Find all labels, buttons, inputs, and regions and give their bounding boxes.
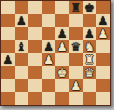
square-h3[interactable]	[96, 66, 110, 79]
square-e1[interactable]	[55, 92, 69, 105]
square-g5[interactable]: ♞	[83, 40, 97, 53]
square-d8[interactable]	[42, 1, 56, 14]
square-f7[interactable]	[69, 14, 83, 27]
square-h2[interactable]	[96, 79, 110, 92]
square-e4[interactable]	[55, 53, 69, 66]
black-pawn-piece: ♟	[2, 53, 13, 65]
chess-diagram-screen: ♜♚♟♟♟♟♟♝♟♟♛♞♟♟♜♚♛♟	[0, 0, 114, 110]
white-pawn-piece: ♟	[70, 79, 81, 91]
black-pawn-piece: ♟	[16, 14, 27, 26]
square-e7[interactable]	[55, 14, 69, 27]
square-h1[interactable]	[96, 92, 110, 105]
square-e5[interactable]: ♟	[55, 40, 69, 53]
square-g4[interactable]: ♜	[83, 53, 97, 66]
square-g7[interactable]	[83, 14, 97, 27]
white-pawn-piece: ♟	[57, 40, 68, 52]
square-c6[interactable]	[28, 27, 42, 40]
square-c8[interactable]	[28, 1, 42, 14]
square-b5[interactable]: ♝	[15, 40, 29, 53]
square-h6[interactable]: ♟	[96, 27, 110, 40]
square-d4[interactable]: ♟	[42, 53, 56, 66]
square-c5[interactable]	[28, 40, 42, 53]
square-d3[interactable]	[42, 66, 56, 79]
square-a5[interactable]	[1, 40, 15, 53]
square-h5[interactable]	[96, 40, 110, 53]
square-b8[interactable]	[15, 1, 29, 14]
square-c2[interactable]	[28, 79, 42, 92]
square-b3[interactable]	[15, 66, 29, 79]
black-pawn-piece: ♟	[57, 27, 68, 39]
black-king-piece: ♚	[84, 1, 95, 13]
square-c3[interactable]	[28, 66, 42, 79]
square-g2[interactable]	[83, 79, 97, 92]
square-e6[interactable]: ♟	[55, 27, 69, 40]
square-a2[interactable]	[1, 79, 15, 92]
white-knight-piece: ♞	[84, 40, 95, 52]
square-d7[interactable]	[42, 14, 56, 27]
black-pawn-piece: ♟	[84, 27, 95, 39]
square-f5[interactable]: ♛	[69, 40, 83, 53]
black-queen-piece: ♛	[70, 40, 81, 52]
square-f6[interactable]	[69, 27, 83, 40]
square-e3[interactable]: ♚	[55, 66, 69, 79]
square-d5[interactable]: ♟	[42, 40, 56, 53]
chess-board: ♜♚♟♟♟♟♟♝♟♟♛♞♟♟♜♚♛♟	[0, 0, 111, 106]
square-b6[interactable]	[15, 27, 29, 40]
square-g8[interactable]: ♚	[83, 1, 97, 14]
square-a8[interactable]	[1, 1, 15, 14]
square-e2[interactable]	[55, 79, 69, 92]
white-rook-piece: ♜	[84, 53, 95, 65]
black-bishop-piece: ♝	[16, 40, 27, 52]
black-rook-piece: ♜	[70, 1, 81, 13]
square-f3[interactable]	[69, 66, 83, 79]
square-a6[interactable]	[1, 27, 15, 40]
square-c7[interactable]	[28, 14, 42, 27]
square-b4[interactable]	[15, 53, 29, 66]
square-f2[interactable]: ♟	[69, 79, 83, 92]
square-g6[interactable]: ♟	[83, 27, 97, 40]
square-c1[interactable]	[28, 92, 42, 105]
square-a7[interactable]	[1, 14, 15, 27]
square-c4[interactable]	[28, 53, 42, 66]
square-e8[interactable]	[55, 1, 69, 14]
square-a4[interactable]: ♟	[1, 53, 15, 66]
white-queen-piece: ♛	[84, 66, 95, 78]
black-pawn-piece: ♟	[43, 40, 54, 52]
square-d6[interactable]	[42, 27, 56, 40]
white-pawn-piece: ♟	[43, 53, 54, 65]
square-f4[interactable]	[69, 53, 83, 66]
square-g1[interactable]	[83, 92, 97, 105]
black-pawn-piece: ♟	[98, 14, 109, 26]
square-b2[interactable]	[15, 79, 29, 92]
square-a1[interactable]	[1, 92, 15, 105]
square-h4[interactable]	[96, 53, 110, 66]
square-d1[interactable]	[42, 92, 56, 105]
square-a3[interactable]	[1, 66, 15, 79]
square-b7[interactable]: ♟	[15, 14, 29, 27]
square-f8[interactable]: ♜	[69, 1, 83, 14]
square-h7[interactable]: ♟	[96, 14, 110, 27]
white-king-piece: ♚	[57, 66, 68, 78]
square-g3[interactable]: ♛	[83, 66, 97, 79]
square-d2[interactable]	[42, 79, 56, 92]
square-b1[interactable]	[15, 92, 29, 105]
square-f1[interactable]	[69, 92, 83, 105]
white-pawn-piece: ♟	[98, 27, 109, 39]
square-h8[interactable]	[96, 1, 110, 14]
